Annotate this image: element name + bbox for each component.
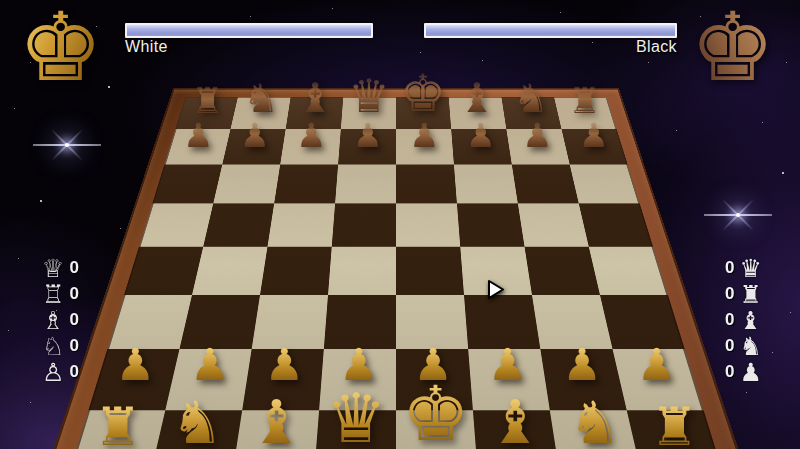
- pawn-icon: ♟: [740, 360, 762, 385]
- star: [482, 60, 483, 61]
- black-king-piece[interactable]: ♚: [400, 67, 446, 118]
- pawn-icon: ♙: [42, 360, 64, 385]
- star: [786, 62, 787, 63]
- star: [676, 130, 677, 131]
- chess-board[interactable]: [36, 88, 756, 449]
- white-bishop-piece[interactable]: ♝: [250, 392, 304, 449]
- black-pawn-piece[interactable]: ♟: [296, 119, 326, 153]
- captured-count: 0: [725, 258, 734, 278]
- white-knight-piece[interactable]: ♞: [568, 394, 621, 449]
- star: [560, 12, 561, 13]
- white-bishop-piece[interactable]: ♝: [488, 392, 542, 449]
- white-king-icon: ♚: [18, 0, 103, 95]
- black-pawn-piece[interactable]: ♟: [579, 119, 609, 153]
- black-pawn-piece[interactable]: ♟: [240, 119, 270, 153]
- black-rook-piece[interactable]: ♜: [191, 83, 223, 119]
- white-rook-piece[interactable]: ♜: [94, 400, 142, 449]
- black-queen-piece[interactable]: ♛: [348, 72, 389, 118]
- black-pawn-piece[interactable]: ♟: [466, 119, 496, 153]
- captured-count: 0: [69, 336, 78, 356]
- mouse-cursor-icon: [487, 280, 505, 300]
- star: [782, 172, 784, 174]
- captured-row-knight: ♘0: [42, 333, 79, 359]
- star: [648, 62, 649, 63]
- white-pawn-piece[interactable]: ♟: [637, 343, 677, 387]
- star: [108, 86, 110, 88]
- captured-count: 0: [725, 284, 734, 304]
- white-player-bar: [125, 23, 373, 38]
- white-queen-piece[interactable]: ♛: [326, 385, 387, 449]
- star: [332, 8, 333, 9]
- black-pawn-piece[interactable]: ♟: [353, 119, 383, 153]
- black-knight-piece[interactable]: ♞: [513, 79, 549, 119]
- white-king-piece[interactable]: ♚: [402, 377, 470, 449]
- rook-icon: ♖: [42, 282, 64, 307]
- white-knight-piece[interactable]: ♞: [171, 394, 224, 449]
- black-bishop-piece[interactable]: ♝: [458, 78, 495, 119]
- star: [790, 312, 791, 313]
- white-pawn-piece[interactable]: ♟: [264, 343, 304, 387]
- knight-icon: ♘: [42, 334, 64, 359]
- star: [772, 352, 773, 353]
- white-pawn-piece[interactable]: ♟: [562, 343, 602, 387]
- rook-icon: ♜: [740, 282, 762, 307]
- captured-tray-left: ♕0♖0♗0♘0♙0: [42, 255, 79, 385]
- white-pawn-piece[interactable]: ♟: [116, 343, 156, 387]
- star: [18, 258, 19, 259]
- white-pawn-piece[interactable]: ♟: [488, 343, 528, 387]
- captured-count: 0: [725, 336, 734, 356]
- captured-count: 0: [69, 362, 78, 382]
- star: [746, 392, 747, 393]
- bishop-icon: ♗: [42, 308, 64, 333]
- captured-tray-right: 0♛0♜0♝0♞0♟: [725, 255, 762, 385]
- queen-icon: ♕: [42, 256, 64, 281]
- black-pawn-piece[interactable]: ♟: [409, 119, 439, 153]
- captured-row-bishop: 0♝: [725, 307, 762, 333]
- captured-row-bishop: ♗0: [42, 307, 79, 333]
- captured-row-queen: 0♛: [725, 255, 762, 281]
- star: [40, 200, 42, 202]
- white-rook-piece[interactable]: ♜: [651, 400, 699, 449]
- black-knight-piece[interactable]: ♞: [243, 79, 279, 119]
- star: [30, 402, 31, 403]
- captured-row-queen: ♕0: [42, 255, 79, 281]
- star: [762, 122, 763, 123]
- star: [250, 16, 251, 17]
- black-pawn-piece[interactable]: ♟: [183, 119, 213, 153]
- star: [8, 330, 9, 331]
- board-squares[interactable]: [67, 97, 726, 449]
- white-pawn-piece[interactable]: ♟: [190, 343, 230, 387]
- black-player-bar: [424, 23, 677, 38]
- captured-row-pawn: ♙0: [42, 359, 79, 385]
- black-rook-piece[interactable]: ♜: [569, 83, 601, 119]
- black-player-label: Black: [424, 38, 677, 56]
- captured-count: 0: [69, 284, 78, 304]
- captured-count: 0: [725, 362, 734, 382]
- star: [14, 108, 15, 109]
- white-player-label: White: [125, 38, 168, 56]
- knight-icon: ♞: [740, 334, 762, 359]
- captured-row-rook: 0♜: [725, 281, 762, 307]
- game-stage: ♚ ♚ White Black ♜♞♝♛♚♝♞♜♟♟♟♟♟♟♟♟♟♟♟♟♟♟♟♟…: [0, 0, 800, 449]
- captured-count: 0: [69, 258, 78, 278]
- bishop-icon: ♝: [740, 308, 762, 333]
- black-bishop-piece[interactable]: ♝: [297, 78, 334, 119]
- captured-row-knight: 0♞: [725, 333, 762, 359]
- star: [120, 228, 121, 229]
- black-king-icon: ♚: [690, 0, 775, 95]
- captured-row-rook: ♖0: [42, 281, 79, 307]
- captured-count: 0: [725, 310, 734, 330]
- black-pawn-piece[interactable]: ♟: [522, 119, 552, 153]
- captured-row-pawn: 0♟: [725, 359, 762, 385]
- captured-count: 0: [69, 310, 78, 330]
- queen-icon: ♛: [740, 256, 762, 281]
- star: [420, 52, 421, 53]
